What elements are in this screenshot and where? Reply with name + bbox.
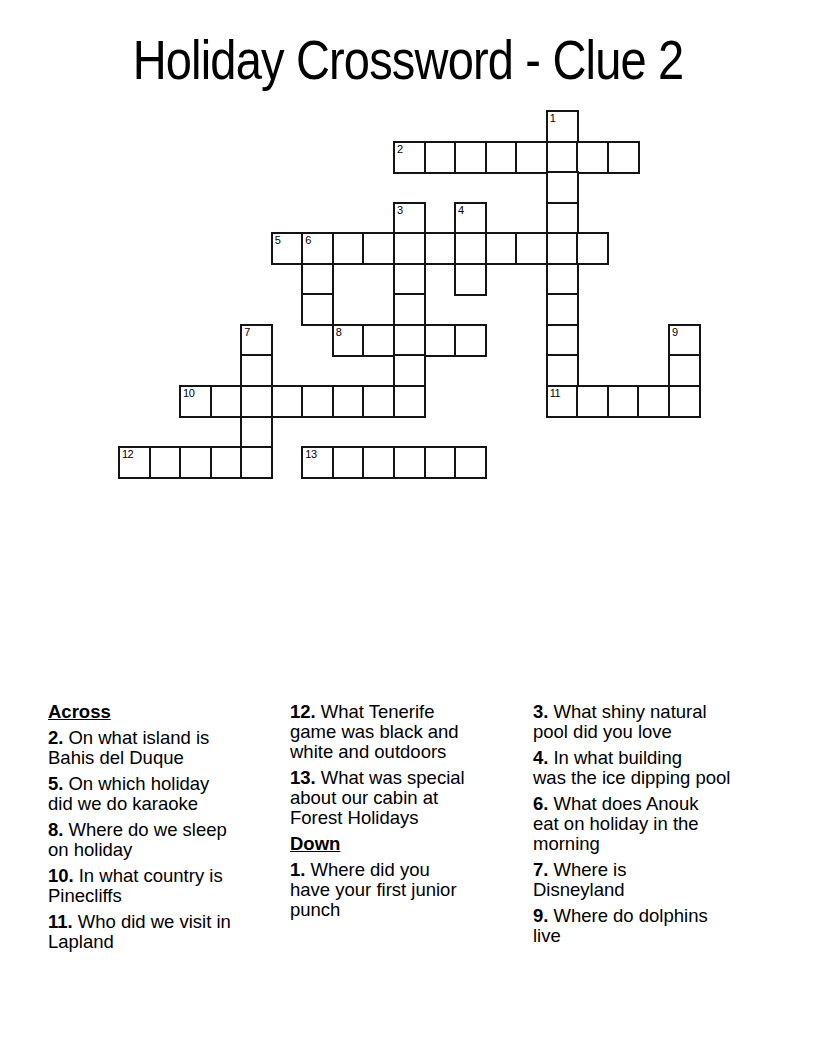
- clue: 3.What shiny natural pool did you love: [533, 702, 765, 742]
- grid-cell[interactable]: [393, 293, 426, 326]
- grid-cell[interactable]: [546, 324, 579, 357]
- clue-text: What does Anouk eat on holiday in the mo…: [533, 793, 699, 854]
- grid-cell[interactable]: [240, 385, 273, 418]
- grid-cell[interactable]: [424, 446, 457, 479]
- grid-cell[interactable]: [485, 141, 518, 174]
- clue-number: 2: [397, 144, 403, 155]
- clue-number-label: 13.: [290, 767, 316, 788]
- clue-number: 5: [275, 235, 281, 246]
- grid-cell[interactable]: [424, 232, 457, 265]
- clue-text: Where do we sleep on holiday: [48, 819, 227, 860]
- grid-cell[interactable]: [454, 446, 487, 479]
- clue-text: Where do dolphins live: [533, 905, 708, 946]
- clue: 11.Who did we visit in Lapland: [48, 912, 274, 952]
- clue: 4.In what building was the ice dipping p…: [533, 748, 765, 788]
- page-title: Holiday Crossword - Clue 2: [65, 28, 750, 92]
- grid-cell[interactable]: 9: [668, 324, 701, 357]
- grid-cell[interactable]: 6: [301, 232, 334, 265]
- clue-list-header: Down: [290, 834, 516, 854]
- grid-cell[interactable]: 12: [118, 446, 151, 479]
- clue: 5.On which holiday did we do karaoke: [48, 774, 274, 814]
- clue-text: What was special about our cabin at Fore…: [290, 767, 465, 828]
- grid-cell[interactable]: [332, 385, 365, 418]
- clue-number-label: 3.: [533, 701, 548, 722]
- grid-cell[interactable]: [454, 141, 487, 174]
- grid-cell[interactable]: 10: [179, 385, 212, 418]
- grid-cell[interactable]: [362, 324, 395, 357]
- grid-cell[interactable]: [149, 446, 182, 479]
- grid-cell[interactable]: [546, 202, 579, 235]
- clue-text: On which holiday did we do karaoke: [48, 773, 209, 814]
- grid-cell[interactable]: [485, 232, 518, 265]
- clue: 10.In what country is Pinecliffs: [48, 866, 274, 906]
- grid-cell[interactable]: 13: [301, 446, 334, 479]
- clue: 9.Where do dolphins live: [533, 906, 765, 946]
- clue-number-label: 10.: [48, 865, 74, 886]
- clue-number-label: 9.: [533, 905, 548, 926]
- grid-cell[interactable]: 7: [240, 324, 273, 357]
- grid-cell[interactable]: [179, 446, 212, 479]
- crossword-grid: 12345678910111213: [118, 110, 699, 477]
- clue-text: On what island is Bahis del Duque: [48, 727, 209, 768]
- grid-cell[interactable]: [668, 354, 701, 387]
- grid-cell[interactable]: [607, 385, 640, 418]
- page: Holiday Crossword - Clue 2 1234567891011…: [0, 0, 816, 1056]
- grid-cell[interactable]: [393, 385, 426, 418]
- clue-number-label: 4.: [533, 747, 548, 768]
- clue-number: 10: [183, 388, 194, 399]
- clue: 6.What does Anouk eat on holiday in the …: [533, 794, 765, 854]
- grid-cell[interactable]: [576, 385, 609, 418]
- clue-text: Where did you have your first junior pun…: [290, 859, 457, 920]
- grid-cell[interactable]: [301, 293, 334, 326]
- grid-cell[interactable]: [546, 354, 579, 387]
- clue-number: 3: [397, 205, 403, 216]
- clue-number: 9: [672, 327, 678, 338]
- clue-number-label: 2.: [48, 727, 63, 748]
- grid-cell[interactable]: [210, 446, 243, 479]
- clue-column-middle: 12.What Tenerife game was black and whit…: [290, 702, 516, 926]
- clue-number-label: 7.: [533, 859, 548, 880]
- grid-cell[interactable]: [515, 232, 548, 265]
- clue-number-label: 5.: [48, 773, 63, 794]
- grid-cell[interactable]: [271, 385, 304, 418]
- grid-cell[interactable]: 2: [393, 141, 426, 174]
- grid-cell[interactable]: 5: [271, 232, 304, 265]
- grid-cell[interactable]: [607, 141, 640, 174]
- grid-cell[interactable]: [301, 385, 334, 418]
- clue-text: In what country is Pinecliffs: [48, 865, 223, 906]
- grid-cell[interactable]: [393, 446, 426, 479]
- grid-cell[interactable]: [301, 263, 334, 296]
- grid-cell[interactable]: [362, 385, 395, 418]
- grid-cell[interactable]: 1: [546, 110, 579, 143]
- grid-cell[interactable]: [576, 232, 609, 265]
- clue-list-header: Across: [48, 702, 274, 722]
- clue-column-across: Across2.On what island is Bahis del Duqu…: [48, 702, 274, 958]
- grid-cell[interactable]: 3: [393, 202, 426, 235]
- grid-cell[interactable]: [668, 385, 701, 418]
- clue: 8.Where do we sleep on holiday: [48, 820, 274, 860]
- grid-cell[interactable]: [546, 171, 579, 204]
- grid-cell[interactable]: 8: [332, 324, 365, 357]
- grid-cell[interactable]: [210, 385, 243, 418]
- grid-cell[interactable]: [240, 446, 273, 479]
- grid-cell[interactable]: [546, 141, 579, 174]
- grid-cell[interactable]: [546, 293, 579, 326]
- grid-cell[interactable]: [424, 324, 457, 357]
- grid-cell[interactable]: [332, 446, 365, 479]
- grid-cell[interactable]: 11: [546, 385, 579, 418]
- grid-cell[interactable]: [454, 263, 487, 296]
- clue-number: 8: [336, 327, 342, 338]
- clue-number: 12: [122, 449, 133, 460]
- grid-cell[interactable]: [332, 232, 365, 265]
- grid-cell[interactable]: [240, 416, 273, 449]
- clue-number: 11: [550, 388, 560, 399]
- grid-cell[interactable]: [424, 141, 457, 174]
- grid-cell[interactable]: [454, 324, 487, 357]
- grid-cell[interactable]: [393, 263, 426, 296]
- grid-cell[interactable]: [546, 232, 579, 265]
- clue-number-label: 8.: [48, 819, 63, 840]
- grid-cell[interactable]: [362, 446, 395, 479]
- clue-number-label: 1.: [290, 859, 305, 880]
- clue: 2.On what island is Bahis del Duque: [48, 728, 274, 768]
- grid-cell[interactable]: [546, 263, 579, 296]
- clue: 12.What Tenerife game was black and whit…: [290, 702, 516, 762]
- clue-text: What shiny natural pool did you love: [533, 701, 707, 742]
- clue-column-down: 3.What shiny natural pool did you love4.…: [533, 702, 765, 952]
- grid-cell[interactable]: [393, 324, 426, 357]
- clue-number-label: 6.: [533, 793, 548, 814]
- clue-number: 6: [305, 235, 311, 246]
- grid-cell[interactable]: [393, 232, 426, 265]
- clue: 13.What was special about our cabin at F…: [290, 768, 516, 828]
- clue-number: 7: [244, 327, 250, 338]
- clue-number: 13: [305, 449, 316, 460]
- clue-number: 1: [550, 113, 556, 124]
- grid-cell[interactable]: [576, 141, 609, 174]
- grid-cell[interactable]: [393, 354, 426, 387]
- grid-cell[interactable]: [515, 141, 548, 174]
- clue: 1.Where did you have your first junior p…: [290, 860, 516, 920]
- clue-text: In what building was the ice dipping poo…: [533, 747, 730, 788]
- grid-cell[interactable]: 4: [454, 202, 487, 235]
- grid-cell[interactable]: [240, 354, 273, 387]
- clue-number-label: 12.: [290, 701, 316, 722]
- clue-number-label: 11.: [48, 911, 73, 932]
- grid-cell[interactable]: [637, 385, 670, 418]
- clue-text: Who did we visit in Lapland: [48, 911, 231, 952]
- grid-cell[interactable]: [362, 232, 395, 265]
- grid-cell[interactable]: [454, 232, 487, 265]
- clue: 7.Where is Disneyland: [533, 860, 765, 900]
- clue-number: 4: [458, 205, 464, 216]
